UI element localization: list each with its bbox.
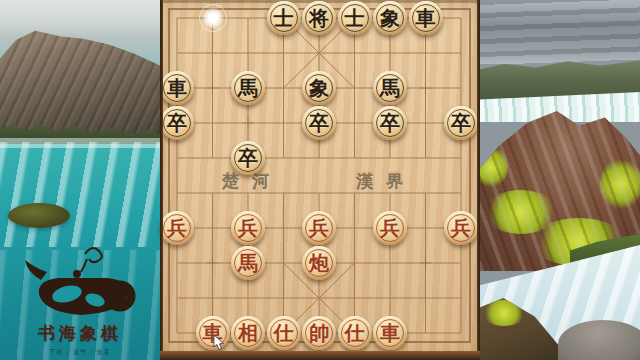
last-move-marker <box>202 7 224 29</box>
piece-red-仕[interactable]: 仕 <box>338 316 372 350</box>
piece-red-帥[interactable]: 帥 <box>302 316 336 350</box>
piece-black-象[interactable]: 象 <box>373 1 407 35</box>
app-logo-title: 书海象棋 <box>0 322 160 345</box>
piece-red-炮[interactable]: 炮 <box>302 246 336 280</box>
piece-black-卒[interactable]: 卒 <box>302 106 336 140</box>
piece-black-卒[interactable]: 卒 <box>231 141 265 175</box>
mountain-scenery <box>0 26 160 142</box>
piece-red-兵[interactable]: 兵 <box>302 211 336 245</box>
piece-black-卒[interactable]: 卒 <box>444 106 478 140</box>
river-label-han: 漢界 <box>356 170 416 192</box>
xiangqi-board[interactable]: 楚河 漢界 士将士象車車馬象馬卒卒卒卒卒兵兵兵兵兵馬炮車相仕帥仕車 <box>160 0 480 360</box>
piece-black-卒[interactable]: 卒 <box>160 106 194 140</box>
piece-black-象[interactable]: 象 <box>302 71 336 105</box>
moss-patch <box>600 158 640 210</box>
piece-black-将[interactable]: 将 <box>302 1 336 35</box>
piece-black-馬[interactable]: 馬 <box>373 71 407 105</box>
moss-patch <box>480 146 508 188</box>
piece-red-車[interactable]: 車 <box>373 316 407 350</box>
piece-black-卒[interactable]: 卒 <box>373 106 407 140</box>
board-edge-left <box>160 0 163 360</box>
piece-black-車[interactable]: 車 <box>160 71 194 105</box>
teapot-logo-icon <box>15 238 145 316</box>
piece-black-馬[interactable]: 馬 <box>231 71 265 105</box>
piece-red-兵[interactable]: 兵 <box>231 211 265 245</box>
cloudy-sky-scenery <box>480 0 640 64</box>
board-grid-lines <box>160 0 480 360</box>
piece-black-車[interactable]: 車 <box>409 1 443 35</box>
app-screen: 书海象棋 下棋 / 读书 / 饮茶 楚河 漢界 <box>0 0 640 360</box>
piece-red-兵[interactable]: 兵 <box>160 211 194 245</box>
app-logo-tagline: 下棋 / 读书 / 饮茶 <box>32 348 128 356</box>
piece-black-士[interactable]: 士 <box>338 1 372 35</box>
right-scenery-panel <box>480 0 640 360</box>
piece-red-兵[interactable]: 兵 <box>373 211 407 245</box>
left-scenery-panel: 书海象棋 下棋 / 读书 / 饮茶 <box>0 0 160 360</box>
piece-red-相[interactable]: 相 <box>231 316 265 350</box>
island-scenery <box>8 203 70 228</box>
mouse-cursor <box>213 334 226 352</box>
piece-red-仕[interactable]: 仕 <box>267 316 301 350</box>
piece-red-馬[interactable]: 馬 <box>231 246 265 280</box>
water-streaks <box>0 142 160 247</box>
foreground-boulder <box>558 320 640 360</box>
moss-patch <box>484 190 558 234</box>
piece-red-兵[interactable]: 兵 <box>444 211 478 245</box>
board-edge-bottom <box>160 351 480 360</box>
app-logo: 书海象棋 下棋 / 读书 / 饮茶 <box>0 238 160 360</box>
piece-black-士[interactable]: 士 <box>267 1 301 35</box>
